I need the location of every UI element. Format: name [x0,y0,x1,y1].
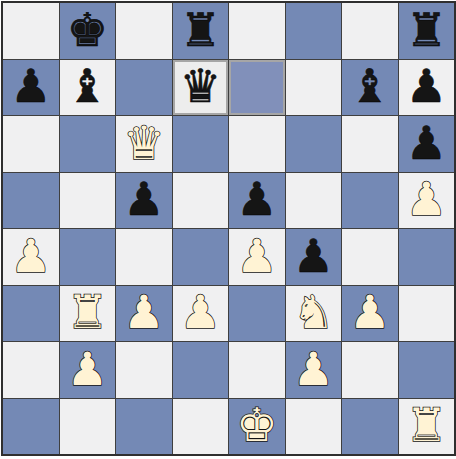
square-g2[interactable] [342,342,398,398]
white-rook-piece[interactable]: ♜ [67,289,108,335]
black-pawn-piece[interactable]: ♟ [123,176,164,222]
square-e4[interactable]: ♟ [229,229,285,285]
square-h5[interactable]: ♟ [399,173,455,229]
white-pawn-piece[interactable]: ♟ [123,289,164,335]
square-b6[interactable] [60,116,116,172]
black-pawn-piece[interactable]: ♟ [406,120,447,166]
square-g3[interactable]: ♟ [342,286,398,342]
square-d4[interactable] [173,229,229,285]
square-g1[interactable] [342,399,398,455]
square-d3[interactable]: ♟ [173,286,229,342]
square-f8[interactable] [286,3,342,59]
black-king-piece[interactable]: ♚ [67,7,108,53]
square-f5[interactable] [286,173,342,229]
square-a5[interactable] [3,173,59,229]
black-rook-piece[interactable]: ♜ [180,7,221,53]
square-g6[interactable] [342,116,398,172]
square-b3[interactable]: ♜ [60,286,116,342]
square-b8[interactable]: ♚ [60,3,116,59]
white-pawn-piece[interactable]: ♟ [236,233,277,279]
square-h2[interactable] [399,342,455,398]
square-a1[interactable] [3,399,59,455]
square-e8[interactable] [229,3,285,59]
white-king-piece[interactable]: ♚ [236,402,277,448]
black-pawn-piece[interactable]: ♟ [10,63,51,109]
square-a8[interactable] [3,3,59,59]
square-e1[interactable]: ♚ [229,399,285,455]
square-d6[interactable] [173,116,229,172]
black-bishop-piece[interactable]: ♝ [67,63,108,109]
square-b4[interactable] [60,229,116,285]
square-g8[interactable] [342,3,398,59]
square-h6[interactable]: ♟ [399,116,455,172]
square-d8[interactable]: ♜ [173,3,229,59]
black-pawn-piece[interactable]: ♟ [406,63,447,109]
black-rook-piece[interactable]: ♜ [406,7,447,53]
square-h8[interactable]: ♜ [399,3,455,59]
square-c1[interactable] [116,399,172,455]
square-a6[interactable] [3,116,59,172]
square-f4[interactable]: ♟ [286,229,342,285]
square-d2[interactable] [173,342,229,398]
square-b1[interactable] [60,399,116,455]
square-b5[interactable] [60,173,116,229]
white-pawn-piece[interactable]: ♟ [10,233,51,279]
white-pawn-piece[interactable]: ♟ [349,289,390,335]
black-pawn-piece[interactable]: ♟ [236,176,277,222]
square-c4[interactable] [116,229,172,285]
chess-board: ♚♜♜♟♝♛♝♟♛♟♟♟♟♟♟♟♜♟♟♞♟♟♟♚♜ [1,1,456,456]
square-h7[interactable]: ♟ [399,60,455,116]
square-d7[interactable]: ♛ [173,60,229,116]
square-c8[interactable] [116,3,172,59]
square-a7[interactable]: ♟ [3,60,59,116]
black-queen-piece[interactable]: ♛ [180,63,221,109]
white-pawn-piece[interactable]: ♟ [293,346,334,392]
square-e5[interactable]: ♟ [229,173,285,229]
square-e2[interactable] [229,342,285,398]
square-d5[interactable] [173,173,229,229]
white-knight-piece[interactable]: ♞ [293,289,334,335]
black-bishop-piece[interactable]: ♝ [349,63,390,109]
square-c2[interactable] [116,342,172,398]
square-f7[interactable] [286,60,342,116]
square-b7[interactable]: ♝ [60,60,116,116]
square-f3[interactable]: ♞ [286,286,342,342]
square-e7[interactable] [229,60,285,116]
square-c5[interactable]: ♟ [116,173,172,229]
black-pawn-piece[interactable]: ♟ [293,233,334,279]
square-f1[interactable] [286,399,342,455]
square-d1[interactable] [173,399,229,455]
square-c6[interactable]: ♛ [116,116,172,172]
white-pawn-piece[interactable]: ♟ [67,346,108,392]
white-queen-piece[interactable]: ♛ [123,120,164,166]
square-e3[interactable] [229,286,285,342]
square-h1[interactable]: ♜ [399,399,455,455]
square-c7[interactable] [116,60,172,116]
white-rook-piece[interactable]: ♜ [406,402,447,448]
square-f6[interactable] [286,116,342,172]
square-c3[interactable]: ♟ [116,286,172,342]
square-g4[interactable] [342,229,398,285]
square-g5[interactable] [342,173,398,229]
square-a2[interactable] [3,342,59,398]
white-pawn-piece[interactable]: ♟ [406,176,447,222]
square-a3[interactable] [3,286,59,342]
square-g7[interactable]: ♝ [342,60,398,116]
square-b2[interactable]: ♟ [60,342,116,398]
square-h4[interactable] [399,229,455,285]
square-e6[interactable] [229,116,285,172]
white-pawn-piece[interactable]: ♟ [180,289,221,335]
square-h3[interactable] [399,286,455,342]
square-a4[interactable]: ♟ [3,229,59,285]
square-f2[interactable]: ♟ [286,342,342,398]
